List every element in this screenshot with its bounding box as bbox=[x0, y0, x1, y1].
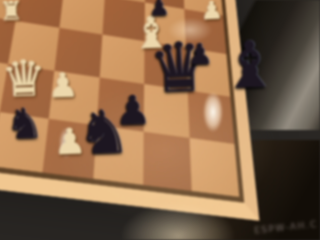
white-rook: ♜ bbox=[0, 0, 21, 24]
black-knight: ♞ bbox=[5, 102, 40, 145]
white-queen: ♛ bbox=[1, 53, 43, 104]
black-knight: ♞ bbox=[76, 101, 126, 163]
chess-pieces-layer: ♜♛♟♝♟♟♟♛♟♝♟♞♞ bbox=[0, 0, 320, 240]
photo-scene: ♜♛♟♝♟♟♟♛♟♝♟♞♞ ESPW-AH.C bbox=[0, 0, 320, 240]
white-pawn: ♟ bbox=[47, 68, 75, 103]
white-pawn: ♟ bbox=[201, 0, 222, 23]
video-frame: ♜♛♟♝♟♟♟♛♟♝♟♞♞ ESPW-AH.C bbox=[0, 0, 320, 240]
black-pawn: ♟ bbox=[149, 0, 168, 19]
black-bishop: ♝ bbox=[220, 32, 273, 98]
black-pawn: ♟ bbox=[187, 40, 211, 70]
